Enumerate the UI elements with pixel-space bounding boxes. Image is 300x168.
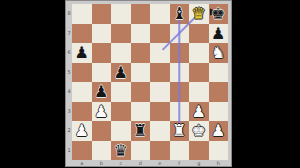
rank-label-1: 1 (66, 141, 72, 161)
square-b5[interactable] (92, 63, 112, 83)
square-c5[interactable]: ♟ (111, 63, 131, 83)
square-h5[interactable] (209, 63, 229, 83)
square-a7[interactable] (72, 24, 92, 44)
square-h6[interactable]: ♞ (209, 43, 229, 63)
piece-black-pawn-c5[interactable]: ♟ (111, 63, 131, 83)
piece-black-rook-d2[interactable]: ♜ (131, 121, 151, 141)
square-g1[interactable] (189, 141, 209, 161)
square-a1[interactable] (72, 141, 92, 161)
piece-black-pawn-h7[interactable]: ♟ (209, 24, 229, 44)
square-f2[interactable]: ♜ (170, 121, 190, 141)
square-g4[interactable] (189, 82, 209, 102)
square-b3[interactable]: ♟ (92, 102, 112, 122)
square-e8[interactable] (150, 4, 170, 24)
square-c3[interactable] (111, 102, 131, 122)
square-a6[interactable]: ♟ (72, 43, 92, 63)
square-e3[interactable] (150, 102, 170, 122)
file-label-h: h (209, 160, 229, 166)
square-d2[interactable]: ♜ (131, 121, 151, 141)
square-d5[interactable] (131, 63, 151, 83)
square-g5[interactable] (189, 63, 209, 83)
square-a2[interactable]: ♟ (72, 121, 92, 141)
square-d3[interactable] (131, 102, 151, 122)
square-d8[interactable] (131, 4, 151, 24)
file-labels: abcdefgh (72, 160, 228, 166)
square-b4[interactable]: ♟ (92, 82, 112, 102)
piece-black-queen-c1[interactable]: ♛ (111, 141, 131, 161)
square-c7[interactable] (111, 24, 131, 44)
square-f5[interactable] (170, 63, 190, 83)
square-d4[interactable] (131, 82, 151, 102)
rank-label-3: 3 (66, 102, 72, 122)
piece-black-pawn-a6[interactable]: ♟ (72, 43, 92, 63)
square-c2[interactable] (111, 121, 131, 141)
square-c8[interactable] (111, 4, 131, 24)
square-g6[interactable] (189, 43, 209, 63)
square-h4[interactable] (209, 82, 229, 102)
square-d6[interactable] (131, 43, 151, 63)
square-g3[interactable]: ♟ (189, 102, 209, 122)
piece-white-pawn-h2[interactable]: ♟ (209, 121, 229, 141)
square-d7[interactable] (131, 24, 151, 44)
square-b6[interactable] (92, 43, 112, 63)
square-h3[interactable] (209, 102, 229, 122)
square-e7[interactable] (150, 24, 170, 44)
square-f4[interactable] (170, 82, 190, 102)
square-b1[interactable] (92, 141, 112, 161)
file-label-g: g (189, 160, 209, 166)
square-e5[interactable] (150, 63, 170, 83)
square-f6[interactable] (170, 43, 190, 63)
piece-white-pawn-a2[interactable]: ♟ (72, 121, 92, 141)
file-label-f: f (170, 160, 190, 166)
square-h7[interactable]: ♟ (209, 24, 229, 44)
piece-white-pawn-g3[interactable]: ♟ (189, 102, 209, 122)
file-label-d: d (131, 160, 151, 166)
square-f8[interactable]: ♝ (170, 4, 190, 24)
piece-white-knight-h6[interactable]: ♞ (209, 43, 229, 63)
square-e2[interactable] (150, 121, 170, 141)
square-b7[interactable] (92, 24, 112, 44)
rank-label-5: 5 (66, 63, 72, 83)
square-a5[interactable] (72, 63, 92, 83)
square-a4[interactable] (72, 82, 92, 102)
square-e4[interactable] (150, 82, 170, 102)
piece-black-bishop-f8[interactable]: ♝ (170, 4, 190, 24)
file-label-e: e (150, 160, 170, 166)
piece-black-king-h8[interactable]: ♚ (209, 4, 229, 24)
square-c6[interactable] (111, 43, 131, 63)
rank-label-8: 8 (66, 4, 72, 24)
square-g2[interactable]: ♚ (189, 121, 209, 141)
square-a3[interactable] (72, 102, 92, 122)
piece-white-queen-g8[interactable]: ♛ (189, 4, 209, 24)
square-g7[interactable] (189, 24, 209, 44)
chess-board[interactable]: 87654321 abcdefgh ♝♛♚♟♟♞♟♟♟♟♟♜♜♚♟♛ (66, 1, 231, 166)
square-f1[interactable] (170, 141, 190, 161)
square-e6[interactable] (150, 43, 170, 63)
square-f7[interactable] (170, 24, 190, 44)
square-h1[interactable] (209, 141, 229, 161)
square-h8[interactable]: ♚ (209, 4, 229, 24)
file-label-b: b (92, 160, 112, 166)
piece-black-pawn-b4[interactable]: ♟ (92, 82, 112, 102)
file-label-a: a (72, 160, 92, 166)
square-d1[interactable] (131, 141, 151, 161)
chess-board-squares[interactable]: ♝♛♚♟♟♞♟♟♟♟♟♜♜♚♟♛ (72, 4, 228, 160)
piece-white-king-g2[interactable]: ♚ (189, 121, 209, 141)
square-b8[interactable] (92, 4, 112, 24)
square-f3[interactable] (170, 102, 190, 122)
square-c1[interactable]: ♛ (111, 141, 131, 161)
square-e1[interactable] (150, 141, 170, 161)
square-g8[interactable]: ♛ (189, 4, 209, 24)
rank-label-7: 7 (66, 24, 72, 44)
rank-label-4: 4 (66, 82, 72, 102)
square-b2[interactable] (92, 121, 112, 141)
file-label-c: c (111, 160, 131, 166)
square-h2[interactable]: ♟ (209, 121, 229, 141)
piece-white-rook-f2[interactable]: ♜ (170, 121, 190, 141)
piece-white-pawn-b3[interactable]: ♟ (92, 102, 112, 122)
square-a8[interactable] (72, 4, 92, 24)
square-c4[interactable] (111, 82, 131, 102)
